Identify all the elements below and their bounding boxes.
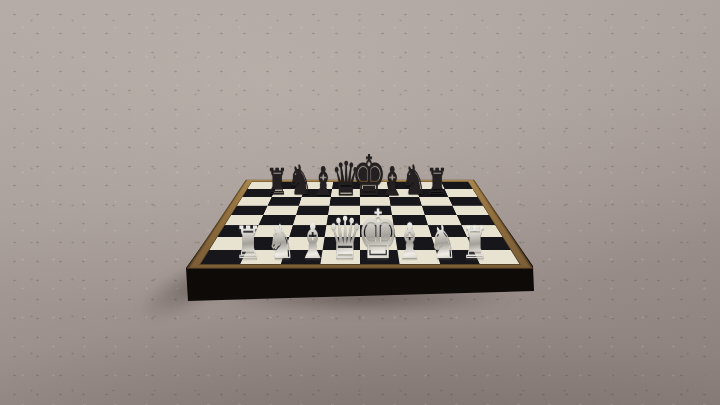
square-b8 bbox=[276, 182, 306, 189]
square-h2 bbox=[467, 237, 511, 250]
square-d4 bbox=[326, 215, 360, 225]
square-f3 bbox=[394, 225, 431, 237]
square-h6 bbox=[448, 197, 483, 206]
square-b5 bbox=[263, 206, 298, 215]
square-h7 bbox=[444, 189, 477, 197]
square-f4 bbox=[392, 215, 427, 225]
square-d2 bbox=[322, 237, 360, 250]
square-b1 bbox=[240, 250, 284, 264]
square-f5 bbox=[391, 206, 425, 215]
square-e6 bbox=[360, 197, 391, 206]
chess-board bbox=[222, 77, 498, 353]
square-b2 bbox=[247, 237, 289, 250]
square-f7 bbox=[388, 189, 419, 197]
square-g8 bbox=[414, 182, 444, 189]
board-frame bbox=[186, 180, 533, 269]
square-c4 bbox=[292, 215, 327, 225]
square-e1 bbox=[360, 250, 400, 264]
square-g7 bbox=[416, 189, 448, 197]
square-h4 bbox=[457, 215, 496, 225]
square-c5 bbox=[296, 206, 330, 215]
square-e2 bbox=[360, 237, 398, 250]
square-g3 bbox=[428, 225, 467, 237]
square-e3 bbox=[360, 225, 396, 237]
model-viewport[interactable]: ♜♞♝♛♚♝♞♜♜♞♝♛♚♝♞♜ bbox=[0, 0, 720, 405]
square-a7 bbox=[243, 189, 276, 197]
square-b4 bbox=[259, 215, 296, 225]
square-b3 bbox=[253, 225, 292, 237]
square-h3 bbox=[461, 225, 502, 237]
square-b7 bbox=[272, 189, 304, 197]
square-a8 bbox=[248, 182, 280, 189]
square-f2 bbox=[396, 237, 436, 250]
square-e5 bbox=[360, 206, 392, 215]
square-g4 bbox=[424, 215, 461, 225]
square-c1 bbox=[280, 250, 322, 264]
square-c6 bbox=[299, 197, 331, 206]
square-g5 bbox=[421, 206, 456, 215]
square-a3 bbox=[218, 225, 259, 237]
square-d8 bbox=[332, 182, 360, 189]
square-d1 bbox=[320, 250, 360, 264]
square-b6 bbox=[268, 197, 301, 206]
square-d6 bbox=[329, 197, 360, 206]
square-c3 bbox=[289, 225, 326, 237]
square-d7 bbox=[331, 189, 360, 197]
square-g2 bbox=[431, 237, 473, 250]
square-e8 bbox=[360, 182, 388, 189]
square-h5 bbox=[452, 206, 489, 215]
square-e4 bbox=[360, 215, 394, 225]
square-a5 bbox=[231, 206, 268, 215]
square-a6 bbox=[237, 197, 272, 206]
square-f1 bbox=[398, 250, 440, 264]
square-e7 bbox=[360, 189, 389, 197]
square-d5 bbox=[328, 206, 360, 215]
square-f8 bbox=[387, 182, 416, 189]
square-c7 bbox=[301, 189, 332, 197]
square-c8 bbox=[304, 182, 333, 189]
square-h8 bbox=[441, 182, 473, 189]
square-g6 bbox=[419, 197, 452, 206]
square-a4 bbox=[225, 215, 264, 225]
square-c2 bbox=[285, 237, 325, 250]
square-f6 bbox=[389, 197, 421, 206]
square-h1 bbox=[473, 250, 520, 264]
board-grid bbox=[200, 182, 519, 265]
square-d3 bbox=[324, 225, 360, 237]
